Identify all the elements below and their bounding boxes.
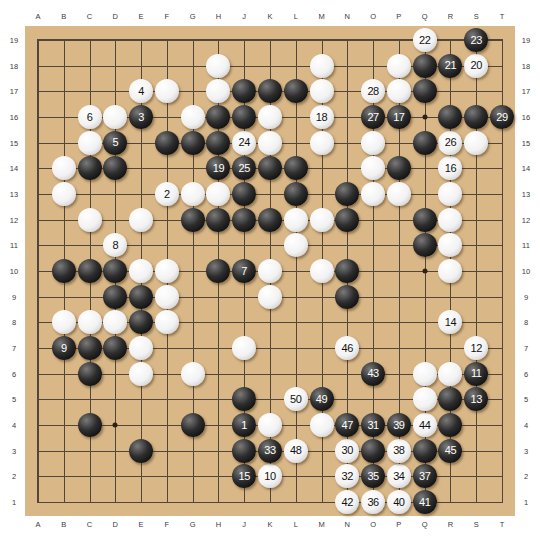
coord-label-bottom-C: C <box>87 520 92 529</box>
move-number: 44 <box>419 420 430 431</box>
stone-B8[interactable] <box>52 310 76 334</box>
move-number: 6 <box>87 112 93 123</box>
move-number: 50 <box>290 394 301 405</box>
move-number: 30 <box>342 445 353 456</box>
coord-label-top-B: B <box>61 12 66 21</box>
stone-K9[interactable] <box>258 285 282 309</box>
move-number: 43 <box>367 368 378 379</box>
coord-label-bottom-Q: Q <box>422 520 428 529</box>
move-number: 26 <box>445 137 456 148</box>
coord-label-right-6: 6 <box>524 369 528 378</box>
coord-label-top-S: S <box>474 12 479 21</box>
stone-S19[interactable]: 23 <box>464 28 488 52</box>
stone-E3[interactable] <box>129 439 153 463</box>
stone-R18[interactable]: 21 <box>438 54 462 78</box>
stone-F8[interactable] <box>155 310 179 334</box>
move-number: 1 <box>241 420 247 431</box>
coord-label-bottom-P: P <box>396 520 401 529</box>
stone-N3[interactable]: 30 <box>335 439 359 463</box>
coord-label-bottom-R: R <box>448 520 453 529</box>
stone-S18[interactable]: 20 <box>464 54 488 78</box>
coord-label-bottom-M: M <box>318 520 324 529</box>
stone-P4[interactable]: 39 <box>387 413 411 437</box>
stone-L14[interactable] <box>284 156 308 180</box>
coord-label-top-N: N <box>345 12 350 21</box>
move-number: 39 <box>393 420 404 431</box>
stone-C16[interactable]: 6 <box>78 105 102 129</box>
stone-J2[interactable]: 15 <box>232 464 256 488</box>
stone-C10[interactable] <box>78 259 102 283</box>
stone-D16[interactable] <box>103 105 127 129</box>
coord-label-top-P: P <box>396 12 401 21</box>
stone-N1[interactable]: 42 <box>335 490 359 514</box>
stone-Q15[interactable] <box>413 131 437 155</box>
stone-M18[interactable] <box>310 54 334 78</box>
stone-R6[interactable] <box>438 362 462 386</box>
stone-R4[interactable] <box>438 413 462 437</box>
stone-M12[interactable] <box>310 208 334 232</box>
stone-E7[interactable] <box>129 336 153 360</box>
stone-J4[interactable]: 1 <box>232 413 256 437</box>
stone-N7[interactable]: 46 <box>335 336 359 360</box>
coord-label-right-19: 19 <box>522 36 530 45</box>
stone-R10[interactable] <box>438 259 462 283</box>
stone-G15[interactable] <box>181 131 205 155</box>
stone-F13[interactable]: 2 <box>155 182 179 206</box>
move-number: 35 <box>367 471 378 482</box>
stone-B14[interactable] <box>52 156 76 180</box>
stone-D14[interactable] <box>103 156 127 180</box>
coord-label-left-13: 13 <box>10 190 18 199</box>
stone-H14[interactable]: 19 <box>206 156 230 180</box>
coord-label-top-L: L <box>294 12 298 21</box>
stone-P2[interactable]: 34 <box>387 464 411 488</box>
move-number: 21 <box>445 60 456 71</box>
move-number: 46 <box>342 343 353 354</box>
stone-K12[interactable] <box>258 208 282 232</box>
move-number: 38 <box>393 445 404 456</box>
stone-Q12[interactable] <box>413 208 437 232</box>
stone-O3[interactable] <box>361 439 385 463</box>
coord-label-bottom-S: S <box>474 520 479 529</box>
stone-E16[interactable]: 3 <box>129 105 153 129</box>
move-number: 32 <box>342 471 353 482</box>
move-number: 48 <box>290 445 301 456</box>
stone-E10[interactable] <box>129 259 153 283</box>
stone-R12[interactable] <box>438 208 462 232</box>
stone-C12[interactable] <box>78 208 102 232</box>
stone-Q3[interactable] <box>413 439 437 463</box>
stone-Q19[interactable]: 22 <box>413 28 437 52</box>
coord-label-left-17: 17 <box>10 87 18 96</box>
stone-N13[interactable] <box>335 182 359 206</box>
coord-label-left-15: 15 <box>10 138 18 147</box>
stone-C6[interactable] <box>78 362 102 386</box>
move-number: 24 <box>239 137 250 148</box>
coord-label-right-9: 9 <box>524 292 528 301</box>
stone-D15[interactable]: 5 <box>103 131 127 155</box>
stone-O13[interactable] <box>361 182 385 206</box>
stone-L3[interactable]: 48 <box>284 439 308 463</box>
coord-label-right-14: 14 <box>522 164 530 173</box>
stone-D9[interactable] <box>103 285 127 309</box>
coord-label-right-8: 8 <box>524 318 528 327</box>
coord-label-left-4: 4 <box>12 421 16 430</box>
stone-P18[interactable] <box>387 54 411 78</box>
star-point-Q16 <box>422 115 427 120</box>
stone-H15[interactable] <box>206 131 230 155</box>
coord-label-top-K: K <box>267 12 272 21</box>
move-number: 31 <box>367 420 378 431</box>
stone-O6[interactable]: 43 <box>361 362 385 386</box>
coord-label-top-C: C <box>87 12 92 21</box>
stone-O2[interactable]: 35 <box>361 464 385 488</box>
move-number: 18 <box>316 112 327 123</box>
stone-K14[interactable] <box>258 156 282 180</box>
coord-label-top-G: G <box>190 12 196 21</box>
coord-label-left-9: 9 <box>12 292 16 301</box>
stone-E6[interactable] <box>129 362 153 386</box>
stone-O14[interactable] <box>361 156 385 180</box>
stone-C14[interactable] <box>78 156 102 180</box>
stone-M16[interactable]: 18 <box>310 105 334 129</box>
stone-N4[interactable]: 47 <box>335 413 359 437</box>
coord-label-bottom-J: J <box>242 520 246 529</box>
stone-E9[interactable] <box>129 285 153 309</box>
stone-H18[interactable] <box>206 54 230 78</box>
stone-J12[interactable] <box>232 208 256 232</box>
stone-M17[interactable] <box>310 79 334 103</box>
stone-K16[interactable] <box>258 105 282 129</box>
move-number: 5 <box>112 137 118 148</box>
stone-R5[interactable] <box>438 387 462 411</box>
coord-label-left-5: 5 <box>12 395 16 404</box>
move-number: 49 <box>316 394 327 405</box>
move-number: 3 <box>138 112 144 123</box>
coord-label-left-1: 1 <box>12 498 16 507</box>
move-number: 15 <box>239 471 250 482</box>
stone-Q6[interactable] <box>413 362 437 386</box>
move-number: 40 <box>393 497 404 508</box>
move-number: 34 <box>393 471 404 482</box>
stone-O16[interactable]: 27 <box>361 105 385 129</box>
stone-Q18[interactable] <box>413 54 437 78</box>
stone-C7[interactable] <box>78 336 102 360</box>
stone-H17[interactable] <box>206 79 230 103</box>
coord-label-right-12: 12 <box>522 215 530 224</box>
stone-R14[interactable]: 16 <box>438 156 462 180</box>
coord-label-bottom-H: H <box>216 520 221 529</box>
stone-G4[interactable] <box>181 413 205 437</box>
coord-label-top-R: R <box>448 12 453 21</box>
grid-line-vertical <box>296 40 297 502</box>
coord-label-bottom-F: F <box>165 520 170 529</box>
stone-P1[interactable]: 40 <box>387 490 411 514</box>
stone-O15[interactable] <box>361 131 385 155</box>
coord-label-left-3: 3 <box>12 446 16 455</box>
move-number: 10 <box>264 471 275 482</box>
move-number: 12 <box>471 343 482 354</box>
coord-label-left-16: 16 <box>10 113 18 122</box>
stone-S16[interactable] <box>464 105 488 129</box>
coord-label-top-D: D <box>113 12 118 21</box>
coord-label-bottom-K: K <box>267 520 272 529</box>
coord-label-right-7: 7 <box>524 344 528 353</box>
stone-R8[interactable]: 14 <box>438 310 462 334</box>
stone-C15[interactable] <box>78 131 102 155</box>
coord-label-top-A: A <box>35 12 40 21</box>
stone-G13[interactable] <box>181 182 205 206</box>
move-number: 47 <box>342 420 353 431</box>
move-number: 20 <box>471 60 482 71</box>
star-point-Q10 <box>422 269 427 274</box>
stone-K17[interactable] <box>258 79 282 103</box>
coord-label-top-E: E <box>139 12 144 21</box>
stone-D11[interactable]: 8 <box>103 233 127 257</box>
star-point-D4 <box>113 423 118 428</box>
move-number: 37 <box>419 471 430 482</box>
coord-label-left-12: 12 <box>10 215 18 224</box>
stone-S5[interactable]: 13 <box>464 387 488 411</box>
stone-Q4[interactable]: 44 <box>413 413 437 437</box>
stone-F17[interactable] <box>155 79 179 103</box>
coord-label-left-14: 14 <box>10 164 18 173</box>
stone-P14[interactable] <box>387 156 411 180</box>
stone-N10[interactable] <box>335 259 359 283</box>
stone-L11[interactable] <box>284 233 308 257</box>
stone-J13[interactable] <box>232 182 256 206</box>
stone-B10[interactable] <box>52 259 76 283</box>
stone-N12[interactable] <box>335 208 359 232</box>
move-number: 13 <box>471 394 482 405</box>
coord-label-right-13: 13 <box>522 190 530 199</box>
move-number: 41 <box>419 497 430 508</box>
coord-label-right-2: 2 <box>524 472 528 481</box>
stone-L12[interactable] <box>284 208 308 232</box>
stone-F10[interactable] <box>155 259 179 283</box>
stone-C4[interactable] <box>78 413 102 437</box>
coord-label-right-1: 1 <box>524 498 528 507</box>
move-number: 45 <box>445 445 456 456</box>
move-number: 29 <box>496 112 507 123</box>
stone-L5[interactable]: 50 <box>284 387 308 411</box>
coord-label-top-O: O <box>370 12 376 21</box>
coord-label-left-7: 7 <box>12 344 16 353</box>
coord-label-left-11: 11 <box>10 241 18 250</box>
stone-M15[interactable] <box>310 131 334 155</box>
coord-label-top-F: F <box>165 12 170 21</box>
stone-Q17[interactable] <box>413 79 437 103</box>
stone-E12[interactable] <box>129 208 153 232</box>
stone-G6[interactable] <box>181 362 205 386</box>
move-number: 25 <box>239 163 250 174</box>
coord-label-bottom-A: A <box>35 520 40 529</box>
stone-B7[interactable]: 9 <box>52 336 76 360</box>
stone-R3[interactable]: 45 <box>438 439 462 463</box>
stone-O4[interactable]: 31 <box>361 413 385 437</box>
move-number: 11 <box>471 368 482 379</box>
coord-label-top-Q: Q <box>422 12 428 21</box>
move-number: 2 <box>164 189 170 200</box>
coord-label-bottom-D: D <box>113 520 118 529</box>
stone-K15[interactable] <box>258 131 282 155</box>
stone-Q11[interactable] <box>413 233 437 257</box>
stone-R15[interactable]: 26 <box>438 131 462 155</box>
coord-label-right-3: 3 <box>524 446 528 455</box>
coord-label-left-18: 18 <box>10 61 18 70</box>
coord-label-bottom-L: L <box>294 520 298 529</box>
go-board-diagram: AABBCCDDEEFFGGHHJJKKLLMMNNOOPPQQRRSSTT19… <box>0 0 540 540</box>
stone-D10[interactable] <box>103 259 127 283</box>
stone-J10[interactable]: 7 <box>232 259 256 283</box>
stone-D7[interactable] <box>103 336 127 360</box>
stone-M5[interactable]: 49 <box>310 387 334 411</box>
move-number: 14 <box>445 317 456 328</box>
move-number: 8 <box>112 240 118 251</box>
move-number: 9 <box>61 343 67 354</box>
coord-label-left-19: 19 <box>10 36 18 45</box>
coord-label-top-T: T <box>500 12 505 21</box>
stone-R11[interactable] <box>438 233 462 257</box>
move-number: 33 <box>264 445 275 456</box>
stone-K3[interactable]: 33 <box>258 439 282 463</box>
coord-label-right-11: 11 <box>522 241 530 250</box>
stone-Q1[interactable]: 41 <box>413 490 437 514</box>
move-number: 19 <box>213 163 224 174</box>
coord-label-bottom-O: O <box>370 520 376 529</box>
stone-Q5[interactable] <box>413 387 437 411</box>
stone-H12[interactable] <box>206 208 230 232</box>
stone-G12[interactable] <box>181 208 205 232</box>
coord-label-bottom-N: N <box>345 520 350 529</box>
stone-R16[interactable] <box>438 105 462 129</box>
stone-D8[interactable] <box>103 310 127 334</box>
stone-N2[interactable]: 32 <box>335 464 359 488</box>
coord-label-right-4: 4 <box>524 421 528 430</box>
stone-O1[interactable]: 36 <box>361 490 385 514</box>
coord-label-top-H: H <box>216 12 221 21</box>
coord-label-bottom-T: T <box>500 520 505 529</box>
stone-H13[interactable] <box>206 182 230 206</box>
stone-G16[interactable] <box>181 105 205 129</box>
stone-N9[interactable] <box>335 285 359 309</box>
move-number: 22 <box>419 35 430 46</box>
stone-L13[interactable] <box>284 182 308 206</box>
stone-M4[interactable] <box>310 413 334 437</box>
stone-C8[interactable] <box>78 310 102 334</box>
stone-K4[interactable] <box>258 413 282 437</box>
coord-label-right-5: 5 <box>524 395 528 404</box>
stone-F15[interactable] <box>155 131 179 155</box>
stone-B13[interactable] <box>52 182 76 206</box>
coord-label-right-15: 15 <box>522 138 530 147</box>
coord-label-top-J: J <box>242 12 246 21</box>
stone-Q2[interactable]: 37 <box>413 464 437 488</box>
coord-label-right-16: 16 <box>522 113 530 122</box>
coord-label-right-10: 10 <box>522 267 530 276</box>
stone-P13[interactable] <box>387 182 411 206</box>
coord-label-left-8: 8 <box>12 318 16 327</box>
stone-P3[interactable]: 38 <box>387 439 411 463</box>
coord-label-left-6: 6 <box>12 369 16 378</box>
stone-S6[interactable]: 11 <box>464 362 488 386</box>
stone-S15[interactable] <box>464 131 488 155</box>
stone-E8[interactable] <box>129 310 153 334</box>
coord-label-left-10: 10 <box>10 267 18 276</box>
stone-H10[interactable] <box>206 259 230 283</box>
coord-label-left-2: 2 <box>12 472 16 481</box>
stone-J3[interactable] <box>232 439 256 463</box>
stone-J16[interactable] <box>232 105 256 129</box>
move-number: 28 <box>367 86 378 97</box>
coord-label-bottom-E: E <box>139 520 144 529</box>
coord-label-right-18: 18 <box>522 61 530 70</box>
coord-label-right-17: 17 <box>522 87 530 96</box>
stone-J7[interactable] <box>232 336 256 360</box>
stone-O17[interactable]: 28 <box>361 79 385 103</box>
stone-P16[interactable]: 17 <box>387 105 411 129</box>
move-number: 36 <box>367 497 378 508</box>
stone-J5[interactable] <box>232 387 256 411</box>
stone-E17[interactable]: 4 <box>129 79 153 103</box>
coord-label-bottom-B: B <box>61 520 66 529</box>
move-number: 23 <box>471 35 482 46</box>
stone-S7[interactable]: 12 <box>464 336 488 360</box>
stone-M10[interactable] <box>310 259 334 283</box>
stone-R13[interactable] <box>438 182 462 206</box>
move-number: 17 <box>393 112 404 123</box>
stone-J14[interactable]: 25 <box>232 156 256 180</box>
move-number: 16 <box>445 163 456 174</box>
stone-K2[interactable]: 10 <box>258 464 282 488</box>
move-number: 42 <box>342 497 353 508</box>
move-number: 7 <box>241 266 247 277</box>
stone-L17[interactable] <box>284 79 308 103</box>
stone-T16[interactable]: 29 <box>490 105 514 129</box>
coord-label-bottom-G: G <box>190 520 196 529</box>
move-number: 4 <box>138 86 144 97</box>
move-number: 27 <box>367 112 378 123</box>
stone-F9[interactable] <box>155 285 179 309</box>
stone-P17[interactable] <box>387 79 411 103</box>
stone-K10[interactable] <box>258 259 282 283</box>
stone-J17[interactable] <box>232 79 256 103</box>
stone-J15[interactable]: 24 <box>232 131 256 155</box>
stone-H16[interactable] <box>206 105 230 129</box>
coord-label-top-M: M <box>318 12 324 21</box>
